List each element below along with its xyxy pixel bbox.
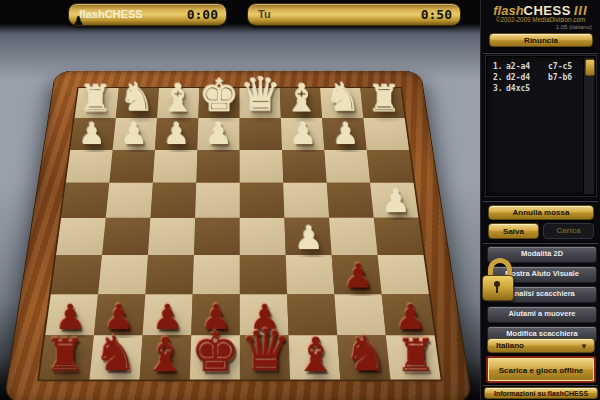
black-bishop-c8[interactable]: ♝ <box>294 333 336 378</box>
black-queen-d8[interactable]: ♛ <box>239 324 290 378</box>
black-knight-g8[interactable]: ♞ <box>93 332 136 378</box>
square-e2[interactable]: ♟ <box>197 118 239 150</box>
square-g8[interactable]: ♞ <box>89 335 142 379</box>
white-pawn-e2[interactable]: ♟ <box>205 120 232 148</box>
divider <box>483 200 598 202</box>
move-row: 2.d2-d4b7-b6 <box>493 72 593 83</box>
square-b6[interactable]: ♟ <box>332 255 382 294</box>
square-c5[interactable]: ♟ <box>284 218 331 255</box>
square-b5[interactable] <box>329 218 377 255</box>
square-h2[interactable]: ♟ <box>70 118 116 150</box>
square-d8[interactable]: ♛ <box>240 335 290 379</box>
square-c3[interactable] <box>282 150 327 183</box>
undo-move-button[interactable]: Annulla mossa <box>488 205 594 220</box>
language-select[interactable]: Italiano ▼ <box>487 338 595 353</box>
download-offline-button[interactable]: Scarica e gioca offline <box>486 356 596 383</box>
square-f8[interactable]: ♝ <box>140 335 192 379</box>
white-pawn-a4[interactable]: ♟ <box>382 187 410 217</box>
white-pawn-h2[interactable]: ♟ <box>78 120 105 148</box>
square-a2[interactable] <box>363 118 409 150</box>
black-bishop-f8[interactable]: ♝ <box>144 333 186 378</box>
white-king-e1[interactable]: ♚ <box>199 74 240 117</box>
player-clock-label: Tu <box>258 8 271 20</box>
black-rook-h8[interactable]: ♜ <box>44 335 85 378</box>
divider <box>483 242 598 244</box>
square-d5[interactable] <box>240 218 286 255</box>
square-e5[interactable] <box>194 218 240 255</box>
black-knight-b8[interactable]: ♞ <box>344 332 387 378</box>
square-e8[interactable]: ♚ <box>190 335 240 379</box>
white-bishop-f1[interactable]: ♝ <box>160 80 195 117</box>
clock-bar: flashCHESS 0:00 ♟ Tu 0:50 <box>0 0 480 30</box>
square-c6[interactable] <box>286 255 335 294</box>
square-a1[interactable]: ♜ <box>360 88 404 118</box>
board-area: ♜♞♝♚♛♝♞♜♟♟♟♟♟♟♟♟♟♟♟♟♟♟♟♜♞♝♚♛♝♞♜ flashCHE… <box>0 0 480 400</box>
square-d4[interactable] <box>240 183 285 218</box>
sidebar: flashCHESSIII ©2002-2009 MediaDivision.c… <box>480 0 600 400</box>
square-b3[interactable] <box>324 150 370 183</box>
player-clock: Tu 0:50 <box>247 3 461 26</box>
square-h4[interactable] <box>61 183 109 218</box>
square-a3[interactable] <box>367 150 414 183</box>
divider <box>483 52 598 54</box>
move-row: 1.a2-a4c7-c5 <box>493 61 593 72</box>
lock-icon <box>482 258 514 306</box>
app-window: ♜♞♝♚♛♝♞♜♟♟♟♟♟♟♟♟♟♟♟♟♟♟♟♜♞♝♚♛♝♞♜ flashCHE… <box>0 0 600 400</box>
engine-clock: flashCHESS 0:00 <box>68 3 227 26</box>
square-d3[interactable] <box>240 150 284 183</box>
white-knight-b1[interactable]: ♞ <box>325 79 361 117</box>
version-text: 1.05 (italiano) <box>556 24 592 30</box>
engine-clock-label: flashCHESS <box>79 8 143 20</box>
white-bishop-c1[interactable]: ♝ <box>284 80 319 117</box>
option-aiutami-a-muovere[interactable]: Aiutami a muovere <box>487 306 597 323</box>
resign-button[interactable]: Rinuncia <box>489 33 593 47</box>
square-g1[interactable]: ♞ <box>116 88 159 118</box>
square-f6[interactable] <box>145 255 194 294</box>
square-c4[interactable] <box>283 183 329 218</box>
square-f2[interactable]: ♟ <box>155 118 198 150</box>
square-d6[interactable] <box>240 255 287 294</box>
square-e6[interactable] <box>193 255 240 294</box>
white-rook-a1[interactable]: ♜ <box>367 82 400 117</box>
square-c2[interactable]: ♟ <box>281 118 324 150</box>
move-row: 3.d4xc5 <box>493 83 593 94</box>
move-list-panel: 1.a2-a4c7-c52.d2-d4b7-b63.d4xc5 <box>486 56 596 196</box>
turn-indicator-pawn-icon: ♟ <box>73 14 84 28</box>
square-g4[interactable] <box>106 183 153 218</box>
square-e4[interactable] <box>195 183 240 218</box>
square-b8[interactable]: ♞ <box>337 335 390 379</box>
engine-clock-time: 0:00 <box>187 7 218 22</box>
square-g5[interactable] <box>102 218 150 255</box>
square-a4[interactable]: ♟ <box>370 183 418 218</box>
chess-board: ♜♞♝♚♛♝♞♜♟♟♟♟♟♟♟♟♟♟♟♟♟♟♟♜♞♝♚♛♝♞♜ <box>3 71 473 400</box>
move-list: 1.a2-a4c7-c52.d2-d4b7-b63.d4xc5 <box>493 61 593 94</box>
white-pawn-c2[interactable]: ♟ <box>290 120 317 148</box>
square-f1[interactable]: ♝ <box>157 88 199 118</box>
square-h5[interactable] <box>56 218 106 255</box>
square-c1[interactable]: ♝ <box>280 88 322 118</box>
square-h3[interactable] <box>66 150 113 183</box>
white-knight-g1[interactable]: ♞ <box>119 79 155 117</box>
square-g2[interactable]: ♟ <box>113 118 157 150</box>
board-grid: ♜♞♝♚♛♝♞♜♟♟♟♟♟♟♟♟♟♟♟♟♟♟♟♜♞♝♚♛♝♞♜ <box>37 87 443 381</box>
square-f4[interactable] <box>150 183 196 218</box>
move-list-scrollbar[interactable] <box>583 58 594 194</box>
square-h8[interactable]: ♜ <box>39 335 94 379</box>
white-queen-d1[interactable]: ♛ <box>239 72 281 117</box>
white-pawn-c5[interactable]: ♟ <box>294 223 323 254</box>
square-c8[interactable]: ♝ <box>289 335 341 379</box>
square-a8[interactable]: ♜ <box>386 335 441 379</box>
divider <box>483 384 598 386</box>
square-a5[interactable] <box>374 218 424 255</box>
square-d1[interactable]: ♛ <box>240 88 281 118</box>
square-h1[interactable]: ♜ <box>75 88 119 118</box>
copyright-text: ©2002-2009 MediaDivision.com <box>481 16 600 23</box>
black-pawn-b6[interactable]: ♟ <box>343 261 373 293</box>
square-b1[interactable]: ♞ <box>320 88 363 118</box>
square-g3[interactable] <box>109 150 155 183</box>
white-pawn-f2[interactable]: ♟ <box>163 120 190 148</box>
square-f3[interactable] <box>153 150 198 183</box>
info-button[interactable]: Informazioni su flashCHESS <box>484 387 598 399</box>
white-rook-h1[interactable]: ♜ <box>79 82 112 117</box>
square-d2[interactable] <box>240 118 282 150</box>
scrollbar-thumb[interactable] <box>585 59 595 76</box>
square-g6[interactable] <box>98 255 148 294</box>
black-king-e8[interactable]: ♚ <box>190 326 239 378</box>
square-e3[interactable] <box>196 150 239 183</box>
square-f5[interactable] <box>148 218 195 255</box>
square-b2[interactable]: ♟ <box>322 118 367 150</box>
load-button[interactable]: Carica <box>543 223 594 239</box>
language-selected-value: Italiano <box>496 341 524 350</box>
player-clock-time: 0:50 <box>421 7 452 22</box>
white-pawn-b2[interactable]: ♟ <box>332 120 359 148</box>
white-pawn-g2[interactable]: ♟ <box>121 120 148 148</box>
square-a6[interactable] <box>378 255 429 294</box>
save-button[interactable]: Salva <box>488 223 539 239</box>
chevron-down-icon: ▼ <box>580 340 588 354</box>
square-h6[interactable] <box>51 255 102 294</box>
square-e1[interactable]: ♚ <box>198 88 239 118</box>
black-rook-a8[interactable]: ♜ <box>395 335 436 378</box>
square-b4[interactable] <box>327 183 374 218</box>
